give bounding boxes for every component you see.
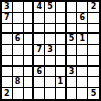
cell-r3c5[interactable]	[45, 24, 56, 35]
cell-r4c2[interactable]: 6	[13, 34, 24, 45]
cell-r9c3[interactable]	[24, 88, 35, 99]
cell-r7c3[interactable]	[24, 67, 35, 78]
cell-r5c4[interactable]: 7	[34, 45, 45, 56]
cell-r1c7[interactable]	[67, 2, 78, 13]
cell-r6c6[interactable]	[56, 56, 67, 67]
cell-r8c5[interactable]	[45, 77, 56, 88]
cell-r6c9[interactable]	[88, 56, 99, 67]
cell-r7c9[interactable]	[88, 67, 99, 78]
cell-r6c3[interactable]	[24, 56, 35, 67]
cell-r8c3[interactable]	[24, 77, 35, 88]
cell-r8c1[interactable]	[2, 77, 13, 88]
cell-r3c4[interactable]	[34, 24, 45, 35]
cell-r1c9[interactable]: 2	[88, 2, 99, 13]
cell-r8c7[interactable]	[67, 77, 78, 88]
cell-r5c8[interactable]	[77, 45, 88, 56]
cell-r4c1[interactable]	[2, 34, 13, 45]
cell-r1c3[interactable]	[24, 2, 35, 13]
cell-r3c8[interactable]	[77, 24, 88, 35]
cell-r4c9[interactable]	[88, 34, 99, 45]
cell-r4c5[interactable]	[45, 34, 56, 45]
cell-r9c4[interactable]	[34, 88, 45, 99]
cell-r8c2[interactable]: 8	[13, 77, 24, 88]
cell-r5c6[interactable]	[56, 45, 67, 56]
cell-r5c1[interactable]	[2, 45, 13, 56]
cell-r9c9[interactable]: 5	[88, 88, 99, 99]
cell-r2c1[interactable]: 7	[2, 13, 13, 24]
cell-r3c9[interactable]	[88, 24, 99, 35]
cell-r2c7[interactable]	[67, 13, 78, 24]
cell-r7c5[interactable]	[45, 67, 56, 78]
cell-r6c2[interactable]	[13, 56, 24, 67]
cell-r6c1[interactable]	[2, 56, 13, 67]
cell-r7c8[interactable]	[77, 67, 88, 78]
cell-r6c8[interactable]	[77, 56, 88, 67]
cell-r4c8[interactable]: 1	[77, 34, 88, 45]
cell-r7c7[interactable]: 3	[67, 67, 78, 78]
cell-r9c7[interactable]	[67, 88, 78, 99]
cell-r2c9[interactable]	[88, 13, 99, 24]
cell-r5c2[interactable]	[13, 45, 24, 56]
cell-r2c2[interactable]	[13, 13, 24, 24]
cell-r2c5[interactable]	[45, 13, 56, 24]
cell-r9c8[interactable]	[77, 88, 88, 99]
cell-r1c8[interactable]	[77, 2, 88, 13]
cell-r4c4[interactable]	[34, 34, 45, 45]
cell-r6c7[interactable]	[67, 56, 78, 67]
cell-r2c6[interactable]	[56, 13, 67, 24]
cell-r4c6[interactable]	[56, 34, 67, 45]
cell-r2c8[interactable]: 6	[77, 13, 88, 24]
cell-r1c2[interactable]	[13, 2, 24, 13]
cell-r7c2[interactable]	[13, 67, 24, 78]
cell-r8c9[interactable]	[88, 77, 99, 88]
cell-r1c4[interactable]: 4	[34, 2, 45, 13]
cell-r4c7[interactable]: 5	[67, 34, 78, 45]
cell-r3c1[interactable]	[2, 24, 13, 35]
cell-r2c4[interactable]	[34, 13, 45, 24]
cell-r5c5[interactable]: 3	[45, 45, 56, 56]
cell-r8c6[interactable]: 1	[56, 77, 67, 88]
cell-r4c3[interactable]	[24, 34, 35, 45]
cell-r7c1[interactable]	[2, 67, 13, 78]
cell-r1c1[interactable]: 3	[2, 2, 13, 13]
sudoku-board: 34527665173638125	[0, 0, 101, 101]
cell-r9c5[interactable]	[45, 88, 56, 99]
cell-r7c4[interactable]: 6	[34, 67, 45, 78]
cell-r9c6[interactable]	[56, 88, 67, 99]
cell-r1c5[interactable]: 5	[45, 2, 56, 13]
cell-r3c3[interactable]	[24, 24, 35, 35]
cell-r8c4[interactable]	[34, 77, 45, 88]
cell-r5c9[interactable]	[88, 45, 99, 56]
cell-r3c6[interactable]	[56, 24, 67, 35]
cell-r5c3[interactable]	[24, 45, 35, 56]
cell-r3c2[interactable]	[13, 24, 24, 35]
cell-r6c4[interactable]	[34, 56, 45, 67]
cell-r2c3[interactable]	[24, 13, 35, 24]
cell-r6c5[interactable]	[45, 56, 56, 67]
cell-r3c7[interactable]	[67, 24, 78, 35]
cell-r5c7[interactable]	[67, 45, 78, 56]
cell-r8c8[interactable]	[77, 77, 88, 88]
cell-r1c6[interactable]	[56, 2, 67, 13]
cell-r9c1[interactable]: 2	[2, 88, 13, 99]
cell-r7c6[interactable]	[56, 67, 67, 78]
cell-r9c2[interactable]	[13, 88, 24, 99]
